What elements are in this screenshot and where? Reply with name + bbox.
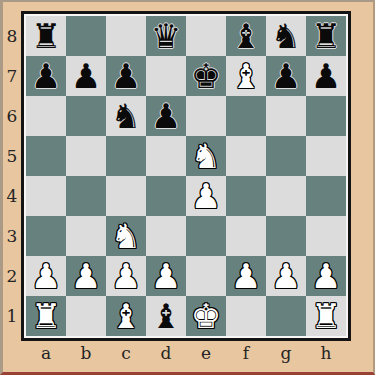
square-b5[interactable] <box>66 136 106 176</box>
piece-white-pawn[interactable]: ♟ <box>311 256 341 296</box>
piece-white-bishop[interactable]: ♝ <box>111 296 141 336</box>
square-c6[interactable]: ♞ <box>106 96 146 136</box>
square-h7[interactable]: ♟ <box>306 56 346 96</box>
square-f4[interactable] <box>226 176 266 216</box>
piece-white-pawn[interactable]: ♟ <box>231 256 261 296</box>
square-b8[interactable] <box>66 16 106 56</box>
chess-board: ♜♛♝♞♜♟♟♟♚♝♟♟♞♟♞♟♞♟♟♟♟♟♟♟♜♝♝♚♜ <box>26 16 346 336</box>
square-d7[interactable] <box>146 56 186 96</box>
square-a8[interactable]: ♜ <box>26 16 66 56</box>
rank-label-6: 6 <box>3 96 21 136</box>
file-label-g: g <box>266 341 306 365</box>
rank-labels: 87654321 <box>3 16 21 336</box>
square-g3[interactable] <box>266 216 306 256</box>
piece-black-bishop[interactable]: ♝ <box>151 296 181 336</box>
square-g7[interactable]: ♟ <box>266 56 306 96</box>
square-g5[interactable] <box>266 136 306 176</box>
square-f2[interactable]: ♟ <box>226 256 266 296</box>
square-c3[interactable]: ♞ <box>106 216 146 256</box>
square-h3[interactable] <box>306 216 346 256</box>
file-label-f: f <box>226 341 266 365</box>
rank-label-5: 5 <box>3 136 21 176</box>
piece-white-pawn[interactable]: ♟ <box>31 256 61 296</box>
square-g2[interactable]: ♟ <box>266 256 306 296</box>
board-frame: ♜♛♝♞♜♟♟♟♚♝♟♟♞♟♞♟♞♟♟♟♟♟♟♟♜♝♝♚♜ <box>21 11 351 341</box>
square-a7[interactable]: ♟ <box>26 56 66 96</box>
square-b1[interactable] <box>66 296 106 336</box>
square-h2[interactable]: ♟ <box>306 256 346 296</box>
square-c8[interactable] <box>106 16 146 56</box>
square-h1[interactable]: ♜ <box>306 296 346 336</box>
piece-white-pawn[interactable]: ♟ <box>111 256 141 296</box>
square-h6[interactable] <box>306 96 346 136</box>
square-d4[interactable] <box>146 176 186 216</box>
square-b3[interactable] <box>66 216 106 256</box>
square-b7[interactable]: ♟ <box>66 56 106 96</box>
file-labels: abcdefgh <box>26 341 346 365</box>
square-c5[interactable] <box>106 136 146 176</box>
square-g4[interactable] <box>266 176 306 216</box>
square-c2[interactable]: ♟ <box>106 256 146 296</box>
square-e3[interactable] <box>186 216 226 256</box>
square-a5[interactable] <box>26 136 66 176</box>
square-f6[interactable] <box>226 96 266 136</box>
rank-label-8: 8 <box>3 16 21 56</box>
square-e6[interactable] <box>186 96 226 136</box>
square-a6[interactable] <box>26 96 66 136</box>
square-c1[interactable]: ♝ <box>106 296 146 336</box>
piece-black-pawn[interactable]: ♟ <box>151 96 181 136</box>
square-a3[interactable] <box>26 216 66 256</box>
rank-label-4: 4 <box>3 176 21 216</box>
piece-black-pawn[interactable]: ♟ <box>311 56 341 96</box>
square-d2[interactable]: ♟ <box>146 256 186 296</box>
square-h5[interactable] <box>306 136 346 176</box>
square-f7[interactable]: ♝ <box>226 56 266 96</box>
file-label-c: c <box>106 341 146 365</box>
piece-black-knight[interactable]: ♞ <box>271 16 301 56</box>
square-e8[interactable] <box>186 16 226 56</box>
piece-white-rook[interactable]: ♜ <box>31 296 61 336</box>
chess-app-window: 87654321 ♜♛♝♞♜♟♟♟♚♝♟♟♞♟♞♟♞♟♟♟♟♟♟♟♜♝♝♚♜ a… <box>0 0 375 375</box>
piece-black-rook[interactable]: ♜ <box>311 16 341 56</box>
square-d8[interactable]: ♛ <box>146 16 186 56</box>
piece-white-pawn[interactable]: ♟ <box>151 256 181 296</box>
piece-black-pawn[interactable]: ♟ <box>71 56 101 96</box>
square-d1[interactable]: ♝ <box>146 296 186 336</box>
file-label-b: b <box>66 341 106 365</box>
square-f3[interactable] <box>226 216 266 256</box>
piece-white-bishop[interactable]: ♝ <box>231 56 261 96</box>
piece-white-king[interactable]: ♚ <box>191 296 221 336</box>
piece-black-pawn[interactable]: ♟ <box>271 56 301 96</box>
square-e2[interactable] <box>186 256 226 296</box>
square-e4[interactable]: ♟ <box>186 176 226 216</box>
rank-label-1: 1 <box>3 296 21 336</box>
piece-white-rook[interactable]: ♜ <box>311 296 341 336</box>
square-e7[interactable]: ♚ <box>186 56 226 96</box>
square-c4[interactable] <box>106 176 146 216</box>
square-e5[interactable]: ♞ <box>186 136 226 176</box>
piece-black-king[interactable]: ♚ <box>191 56 221 96</box>
square-d5[interactable] <box>146 136 186 176</box>
square-h4[interactable] <box>306 176 346 216</box>
square-d6[interactable]: ♟ <box>146 96 186 136</box>
square-b6[interactable] <box>66 96 106 136</box>
piece-black-pawn[interactable]: ♟ <box>31 56 61 96</box>
rank-label-2: 2 <box>3 256 21 296</box>
piece-black-knight[interactable]: ♞ <box>111 96 141 136</box>
file-label-h: h <box>306 341 346 365</box>
piece-white-knight[interactable]: ♞ <box>191 136 221 176</box>
rank-label-3: 3 <box>3 216 21 256</box>
square-c7[interactable]: ♟ <box>106 56 146 96</box>
piece-white-pawn[interactable]: ♟ <box>71 256 101 296</box>
file-label-a: a <box>26 341 66 365</box>
square-b4[interactable] <box>66 176 106 216</box>
piece-white-knight[interactable]: ♞ <box>111 216 141 256</box>
file-label-d: d <box>146 341 186 365</box>
piece-black-rook[interactable]: ♜ <box>31 16 61 56</box>
square-e1[interactable]: ♚ <box>186 296 226 336</box>
square-f1[interactable] <box>226 296 266 336</box>
square-g8[interactable]: ♞ <box>266 16 306 56</box>
piece-black-queen[interactable]: ♛ <box>151 16 181 56</box>
square-d3[interactable] <box>146 216 186 256</box>
square-a4[interactable] <box>26 176 66 216</box>
piece-black-pawn[interactable]: ♟ <box>111 56 141 96</box>
square-g1[interactable] <box>266 296 306 336</box>
square-a1[interactable]: ♜ <box>26 296 66 336</box>
piece-black-bishop[interactable]: ♝ <box>231 16 261 56</box>
piece-white-pawn[interactable]: ♟ <box>191 176 221 216</box>
square-g6[interactable] <box>266 96 306 136</box>
rank-label-7: 7 <box>3 56 21 96</box>
square-a2[interactable]: ♟ <box>26 256 66 296</box>
file-label-e: e <box>186 341 226 365</box>
square-b2[interactable]: ♟ <box>66 256 106 296</box>
square-f8[interactable]: ♝ <box>226 16 266 56</box>
piece-white-pawn[interactable]: ♟ <box>271 256 301 296</box>
square-h8[interactable]: ♜ <box>306 16 346 56</box>
square-f5[interactable] <box>226 136 266 176</box>
